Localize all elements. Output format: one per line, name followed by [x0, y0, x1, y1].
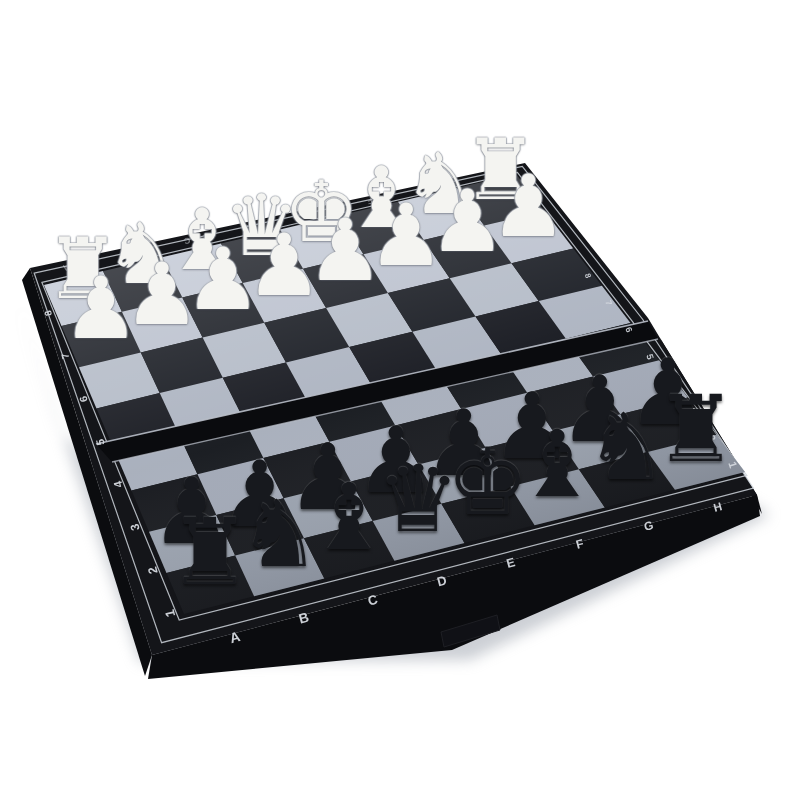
- chess-board: [0, 0, 800, 800]
- chess-set-photo: ♜♞♝♛♚♝♞♜♟♟♟♟♟♟♟♟♟♟♟♟♟♟♟♟♜♞♝♛♚♝♞♜ ABCDEFG…: [0, 0, 800, 800]
